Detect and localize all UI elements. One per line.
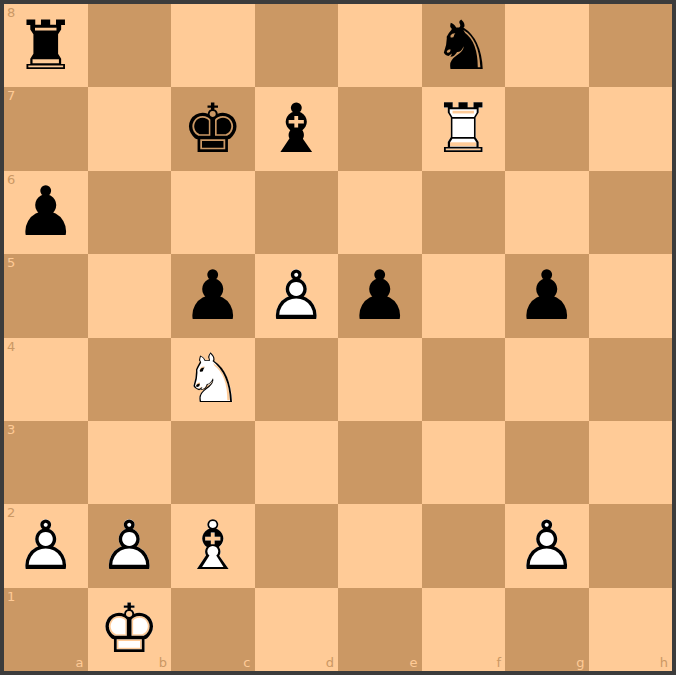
square-d2[interactable] [255, 504, 339, 587]
square-d3[interactable] [255, 421, 339, 504]
white-king-icon: ♔ [99, 595, 160, 663]
square-c3[interactable] [171, 421, 255, 504]
square-b8[interactable] [88, 4, 172, 87]
white-pawn-icon: ♙ [15, 512, 76, 580]
square-d5[interactable]: ♟♙ [255, 254, 339, 337]
square-e6[interactable] [338, 171, 422, 254]
black-knight-f8[interactable]: ♞ [433, 12, 494, 80]
square-e4[interactable] [338, 338, 422, 421]
square-d7[interactable]: ♝ [255, 87, 339, 170]
rank-label-5: 5 [7, 256, 15, 269]
square-c6[interactable] [171, 171, 255, 254]
square-h8[interactable] [589, 4, 673, 87]
square-e8[interactable] [338, 4, 422, 87]
square-f1[interactable]: f [422, 588, 506, 671]
square-d1[interactable]: d [255, 588, 339, 671]
black-king-c7[interactable]: ♚ [182, 95, 243, 163]
black-rook-a8[interactable]: ♜ [15, 12, 76, 80]
square-f4[interactable] [422, 338, 506, 421]
square-a6[interactable]: 6♟ [4, 171, 88, 254]
square-b4[interactable] [88, 338, 172, 421]
square-g3[interactable] [505, 421, 589, 504]
square-g4[interactable] [505, 338, 589, 421]
black-pawn-icon: ♟ [15, 178, 76, 246]
black-pawn-e5[interactable]: ♟ [349, 262, 410, 330]
white-knight-c4[interactable]: ♞♘ [182, 345, 243, 413]
square-g2[interactable]: ♟♙ [505, 504, 589, 587]
square-f6[interactable] [422, 171, 506, 254]
rank-label-1: 1 [7, 590, 15, 603]
white-pawn-d5[interactable]: ♟♙ [266, 262, 327, 330]
rank-label-8: 8 [7, 6, 15, 19]
square-h7[interactable] [589, 87, 673, 170]
square-h5[interactable] [589, 254, 673, 337]
square-f7[interactable]: ♜♖ [422, 87, 506, 170]
square-a4[interactable]: 4 [4, 338, 88, 421]
square-f8[interactable]: ♞ [422, 4, 506, 87]
square-e5[interactable]: ♟ [338, 254, 422, 337]
square-a5[interactable]: 5 [4, 254, 88, 337]
file-label-f: f [496, 656, 501, 669]
rank-label-2: 2 [7, 506, 15, 519]
file-label-c: c [243, 656, 250, 669]
square-d4[interactable] [255, 338, 339, 421]
square-b5[interactable] [88, 254, 172, 337]
black-king-icon: ♚ [182, 95, 243, 163]
black-bishop-icon: ♝ [266, 95, 327, 163]
white-pawn-a2[interactable]: ♟♙ [15, 512, 76, 580]
black-knight-icon: ♞ [433, 12, 494, 80]
square-a2[interactable]: 2♟♙ [4, 504, 88, 587]
white-rook-icon: ♖ [433, 95, 494, 163]
square-e2[interactable] [338, 504, 422, 587]
square-c8[interactable] [171, 4, 255, 87]
square-c7[interactable]: ♚ [171, 87, 255, 170]
square-h4[interactable] [589, 338, 673, 421]
white-rook-f7[interactable]: ♜♖ [433, 95, 494, 163]
square-b1[interactable]: b♚♔ [88, 588, 172, 671]
square-a7[interactable]: 7 [4, 87, 88, 170]
square-c1[interactable]: c [171, 588, 255, 671]
file-label-g: g [576, 656, 584, 669]
rank-label-6: 6 [7, 173, 15, 186]
rank-label-4: 4 [7, 340, 15, 353]
square-f5[interactable] [422, 254, 506, 337]
white-bishop-icon: ♗ [182, 512, 243, 580]
square-b3[interactable] [88, 421, 172, 504]
white-bishop-c2[interactable]: ♝♗ [182, 512, 243, 580]
white-pawn-icon: ♙ [266, 262, 327, 330]
file-label-b: b [159, 656, 167, 669]
square-b7[interactable] [88, 87, 172, 170]
square-f2[interactable] [422, 504, 506, 587]
black-pawn-icon: ♟ [182, 262, 243, 330]
chess-board-frame: 8♜♞7♚♝♜♖6♟5♟♟♙♟♟4♞♘32♟♙♟♙♝♗♟♙1ab♚♔cdefgh [0, 0, 676, 675]
square-d6[interactable] [255, 171, 339, 254]
chess-board: 8♜♞7♚♝♜♖6♟5♟♟♙♟♟4♞♘32♟♙♟♙♝♗♟♙1ab♚♔cdefgh [4, 4, 672, 671]
file-label-a: a [76, 656, 84, 669]
black-rook-icon: ♜ [15, 12, 76, 80]
black-bishop-d7[interactable]: ♝ [266, 95, 327, 163]
black-pawn-icon: ♟ [516, 262, 577, 330]
white-pawn-g2[interactable]: ♟♙ [516, 512, 577, 580]
square-b6[interactable] [88, 171, 172, 254]
white-pawn-b2[interactable]: ♟♙ [99, 512, 160, 580]
white-king-b1[interactable]: ♚♔ [99, 595, 160, 663]
file-label-d: d [326, 656, 334, 669]
file-label-e: e [410, 656, 418, 669]
square-a1[interactable]: 1a [4, 588, 88, 671]
white-knight-icon: ♘ [182, 345, 243, 413]
square-a3[interactable]: 3 [4, 421, 88, 504]
white-pawn-icon: ♙ [516, 512, 577, 580]
black-pawn-icon: ♟ [349, 262, 410, 330]
file-label-h: h [660, 656, 668, 669]
square-h1[interactable]: h [589, 588, 673, 671]
square-c2[interactable]: ♝♗ [171, 504, 255, 587]
square-c5[interactable]: ♟ [171, 254, 255, 337]
square-h3[interactable] [589, 421, 673, 504]
square-e7[interactable] [338, 87, 422, 170]
square-b2[interactable]: ♟♙ [88, 504, 172, 587]
black-pawn-g5[interactable]: ♟ [516, 262, 577, 330]
square-h6[interactable] [589, 171, 673, 254]
square-g7[interactable] [505, 87, 589, 170]
square-f3[interactable] [422, 421, 506, 504]
rank-label-3: 3 [7, 423, 15, 436]
rank-label-7: 7 [7, 89, 15, 102]
square-g6[interactable] [505, 171, 589, 254]
square-e3[interactable] [338, 421, 422, 504]
square-h2[interactable] [589, 504, 673, 587]
black-pawn-a6[interactable]: ♟ [15, 178, 76, 246]
square-d8[interactable] [255, 4, 339, 87]
black-pawn-c5[interactable]: ♟ [182, 262, 243, 330]
square-a8[interactable]: 8♜ [4, 4, 88, 87]
square-g1[interactable]: g [505, 588, 589, 671]
white-pawn-icon: ♙ [99, 512, 160, 580]
square-e1[interactable]: e [338, 588, 422, 671]
square-g5[interactable]: ♟ [505, 254, 589, 337]
square-g8[interactable] [505, 4, 589, 87]
square-c4[interactable]: ♞♘ [171, 338, 255, 421]
